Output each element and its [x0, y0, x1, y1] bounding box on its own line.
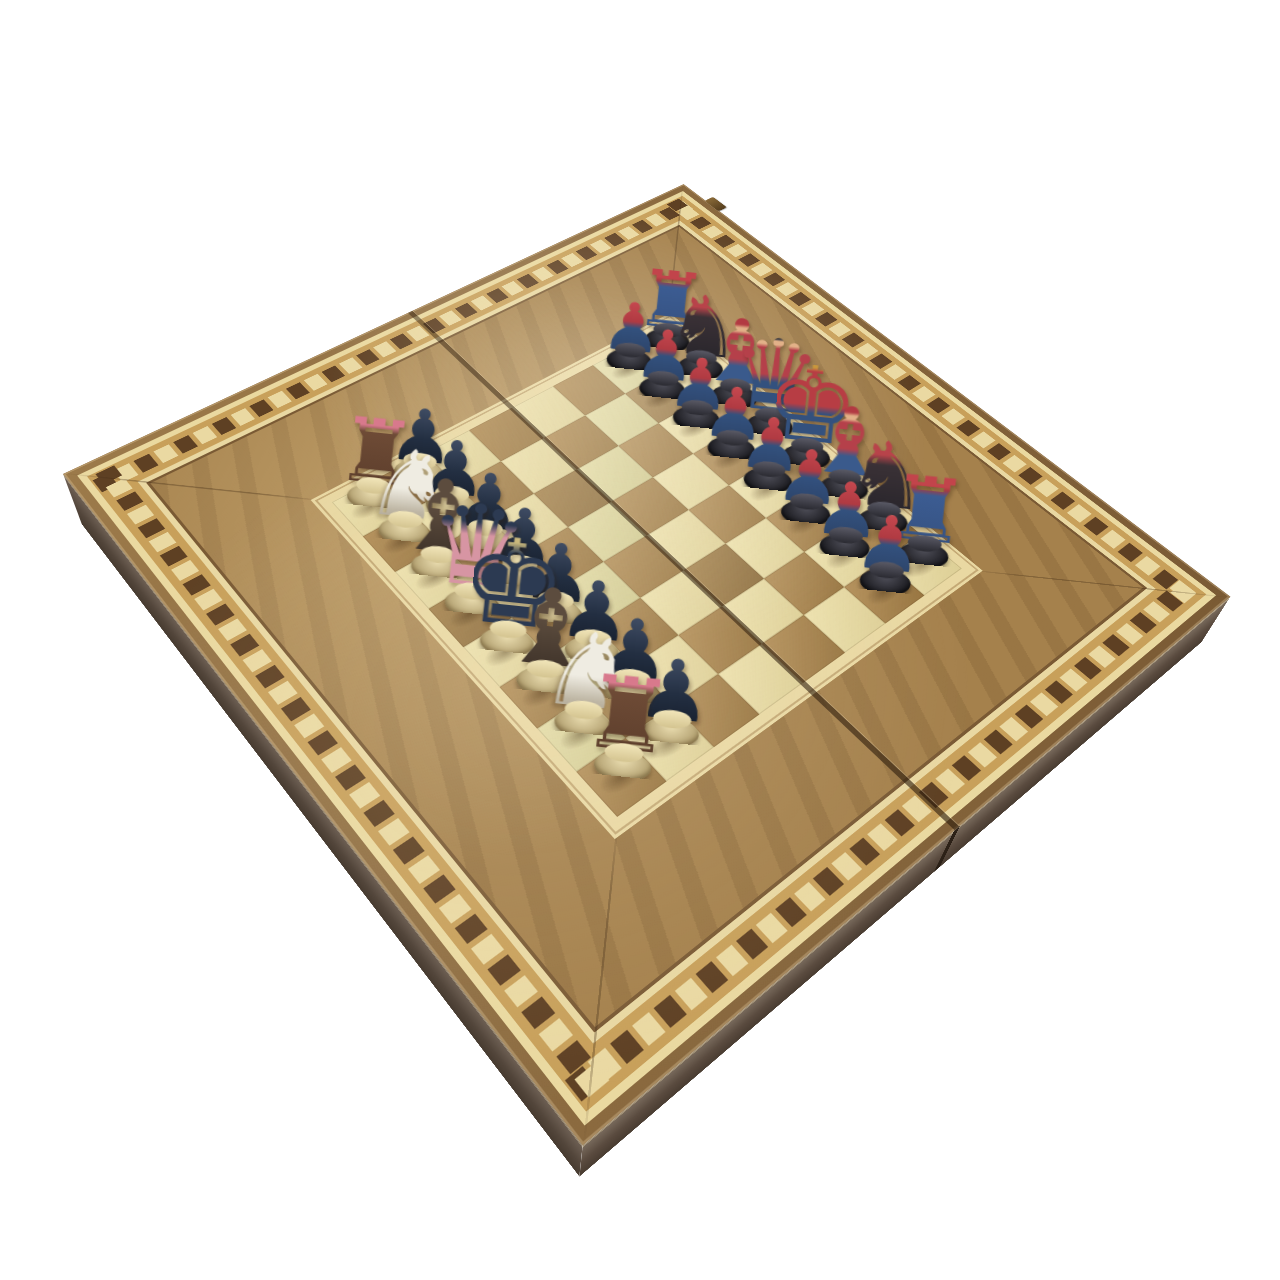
piece-figure: ♟ [847, 490, 932, 595]
chess-board-box: ♜♟♞♟♝♟♛♟♚♟♝♟♟♞♜♟♟♜♞♟♟♝♟♛♟♚♟♝♟♞♟♜ [63, 184, 1230, 1145]
photo-background: ♜♟♞♟♝♟♛♟♚♟♝♟♟♞♜♟♟♜♞♟♟♝♟♛♟♚♟♝♟♞♟♜ [0, 0, 1280, 1280]
board-top: ♜♟♞♟♝♟♛♟♚♟♝♟♟♞♜♟♟♜♞♟♟♝♟♛♟♚♟♝♟♞♟♜ [63, 184, 1230, 1145]
piece-figure: ♜ [579, 645, 677, 781]
camera-roll: ♜♟♞♟♝♟♛♟♚♟♝♟♟♞♜♟♟♜♞♟♟♝♟♛♟♚♟♝♟♞♟♜ [0, 0, 1280, 1280]
scene: ♜♟♞♟♝♟♛♟♚♟♝♟♟♞♜♟♟♜♞♟♟♝♟♛♟♚♟♝♟♞♟♜ [0, 0, 1280, 1280]
